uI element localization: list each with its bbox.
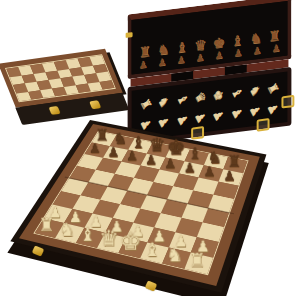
board-dark-rim: ♜♞♝♛♚♝♞♜♟♟♟♟♟♟♟♟♟♟♟♟♟♟♟♟♜♞♝♛♚♝♞♜ (10, 120, 266, 293)
board-square: ♜ (185, 253, 214, 275)
white-n-piece: ♞ (165, 246, 182, 265)
white-k-piece: ♚ (119, 230, 141, 254)
stored-black-pawn: ♟ (196, 52, 205, 63)
assembled-board-scene: ♜♞♝♛♚♝♞♜♟♟♟♟♟♟♟♟♟♟♟♟♟♟♟♟♜♞♝♛♚♝♞♜ (0, 92, 300, 296)
chess-board-grid: ♜♞♝♛♚♝♞♜♟♟♟♟♟♟♟♟♟♟♟♟♟♟♟♟♜♞♝♛♚♝♞♜ (33, 131, 248, 275)
stored-black-piece: ♛ (194, 37, 206, 53)
stored-black-piece: ♞ (157, 42, 169, 58)
black-p-piece: ♟ (145, 153, 157, 166)
black-p-piece: ♟ (89, 142, 101, 155)
board-square (213, 182, 238, 199)
board-square (193, 178, 218, 195)
black-p-piece: ♟ (223, 169, 235, 183)
white-n-piece: ♞ (58, 221, 74, 239)
assembled-chess-board: ♜♞♝♛♚♝♞♜♟♟♟♟♟♟♟♟♟♟♟♟♟♟♟♟♜♞♝♛♚♝♞♜ (10, 120, 266, 293)
white-r-piece: ♜ (188, 251, 205, 270)
checker-square (99, 80, 114, 90)
stored-black-piece: ♜ (139, 44, 151, 60)
black-p-piece: ♟ (183, 161, 195, 175)
stored-black-pawn: ♟ (272, 43, 281, 54)
brass-hinge-icon (126, 32, 133, 38)
stored-black-pawn: ♟ (139, 59, 148, 70)
white-r-piece: ♜ (38, 216, 54, 234)
black-p-piece: ♟ (107, 145, 119, 158)
stored-black-pawn: ♟ (253, 45, 262, 56)
board-square (173, 173, 198, 190)
stored-black-pawn: ♟ (234, 48, 243, 59)
stored-black-piece: ♝ (176, 39, 188, 55)
stored-black-pawn: ♟ (177, 55, 186, 66)
white-b-piece: ♝ (79, 226, 95, 244)
black-p-piece: ♟ (203, 165, 215, 179)
white-b-piece: ♝ (143, 241, 160, 260)
stored-black-pawn: ♟ (158, 57, 167, 68)
board-square (147, 182, 173, 199)
black-p-piece: ♟ (164, 157, 176, 170)
white-q-piece: ♛ (99, 227, 118, 249)
stored-black-pawn: ♟ (215, 50, 224, 61)
black-p-piece: ♟ (126, 149, 138, 162)
